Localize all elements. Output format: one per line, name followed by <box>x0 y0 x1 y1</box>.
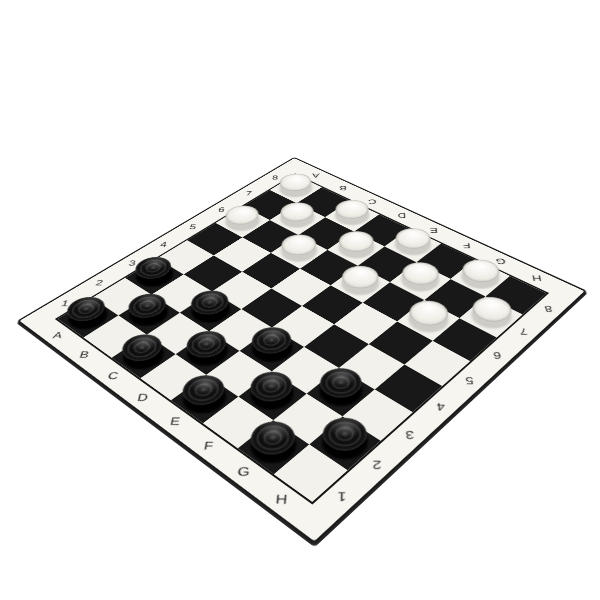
file-glyph-B: B <box>339 185 347 191</box>
rank-glyph-2: 2 <box>95 279 105 287</box>
perspective-wrapper: ABCDEFGH ABCDEFGH 87654321 87654321 <box>90 94 515 519</box>
rank-glyph-4: 4 <box>159 241 167 248</box>
file-glyph-E: E <box>429 227 438 234</box>
rank-glyph-6: 6 <box>218 206 226 212</box>
file-glyph-A: A <box>51 330 63 339</box>
file-glyph-G: G <box>495 258 506 266</box>
file-glyph-E: E <box>169 415 181 426</box>
rank-glyph-8: 8 <box>543 305 552 314</box>
rank-glyph-1: 1 <box>337 490 346 503</box>
file-glyph-F: F <box>462 242 470 249</box>
file-glyph-B: B <box>78 350 90 359</box>
file-glyph-C: C <box>107 371 120 381</box>
file-glyph-F: F <box>203 440 214 452</box>
rank-glyph-7: 7 <box>245 190 252 196</box>
board-tilt-wrapper: ABCDEFGH ABCDEFGH 87654321 87654321 <box>90 94 515 519</box>
rank-glyph-3: 3 <box>405 429 414 440</box>
square-E1[interactable] <box>171 375 239 424</box>
file-glyph-H: H <box>276 493 289 506</box>
board-grid <box>55 174 549 505</box>
rank-glyph-6: 6 <box>493 351 502 361</box>
black-checker-H2[interactable] <box>314 420 376 466</box>
file-glyph-C: C <box>368 198 376 204</box>
rank-glyph-2: 2 <box>373 459 382 471</box>
checkers-mat: ABCDEFGH ABCDEFGH 87654321 87654321 <box>17 157 588 544</box>
rank-glyph-7: 7 <box>519 327 528 336</box>
rank-glyph-5: 5 <box>465 375 474 385</box>
file-glyph-A: A <box>312 173 320 179</box>
rank-glyph-8: 8 <box>271 175 278 181</box>
file-glyph-D: D <box>137 392 150 402</box>
rank-glyph-5: 5 <box>189 223 197 230</box>
file-glyph-G: G <box>237 466 251 478</box>
rank-label-8: 8 <box>525 293 571 326</box>
file-glyph-H: H <box>532 274 543 282</box>
rank-glyph-4: 4 <box>436 402 445 413</box>
product-photo: ABCDEFGH ABCDEFGH 87654321 87654321 <box>0 0 600 600</box>
file-glyph-D: D <box>398 212 407 219</box>
